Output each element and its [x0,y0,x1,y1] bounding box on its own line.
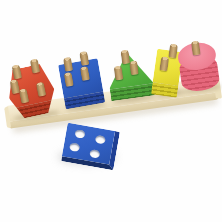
stack-green-triangle [105,50,155,102]
wooden-peg [30,58,41,73]
wooden-peg [129,60,139,75]
green-triangle-pieces [105,50,155,102]
shape-sorter-toy [6,76,220,135]
wooden-peg [63,57,73,72]
stack-pink-circle [176,40,220,93]
peg-hole [89,149,100,159]
stack-red-pentagon [4,62,59,120]
wooden-peg [11,64,22,79]
peg-hole [94,135,105,145]
peg-hole [69,142,80,152]
loose-blue-square-piece [61,123,120,171]
product-photo [0,0,222,222]
wooden-peg [79,51,89,66]
peg-hole [74,129,85,139]
stack-blue-square [58,58,105,109]
